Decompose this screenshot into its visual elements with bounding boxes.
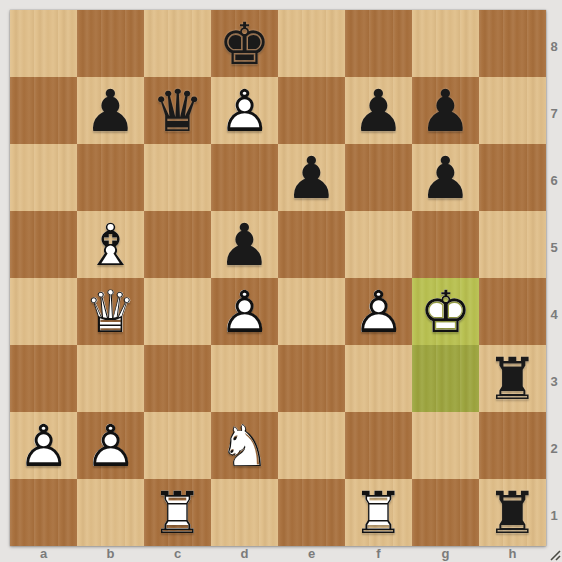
piece-glyph-fill: ♚ xyxy=(211,10,278,77)
square-f2[interactable] xyxy=(345,412,412,479)
square-d4[interactable]: ♟♙ xyxy=(211,278,278,345)
piece-white-bishop[interactable]: ♝♗ xyxy=(77,211,144,278)
square-c5[interactable] xyxy=(144,211,211,278)
square-e7[interactable] xyxy=(278,77,345,144)
piece-glyph-fill: ♟ xyxy=(211,77,278,144)
rank-label-7: 7 xyxy=(546,77,562,144)
square-e3[interactable] xyxy=(278,345,345,412)
piece-white-pawn[interactable]: ♟♙ xyxy=(77,412,144,479)
piece-glyph-outline: ♙ xyxy=(345,278,412,345)
square-h5[interactable] xyxy=(479,211,546,278)
square-h4[interactable] xyxy=(479,278,546,345)
piece-glyph-fill: ♞ xyxy=(211,412,278,479)
square-c2[interactable] xyxy=(144,412,211,479)
square-f3[interactable] xyxy=(345,345,412,412)
square-d3[interactable] xyxy=(211,345,278,412)
piece-white-knight[interactable]: ♞♘ xyxy=(211,412,278,479)
square-g1[interactable] xyxy=(412,479,479,546)
rank-label-5: 5 xyxy=(546,211,562,278)
rank-label-6: 6 xyxy=(546,144,562,211)
square-a3[interactable] xyxy=(10,345,77,412)
piece-black-pawn[interactable]: ♟ xyxy=(412,144,479,211)
piece-black-pawn[interactable]: ♟ xyxy=(412,77,479,144)
square-a8[interactable] xyxy=(10,10,77,77)
square-e1[interactable] xyxy=(278,479,345,546)
piece-glyph-fill: ♚ xyxy=(412,278,479,345)
square-g7[interactable]: ♟ xyxy=(412,77,479,144)
file-label-g: g xyxy=(412,546,479,562)
file-label-b: b xyxy=(77,546,144,562)
piece-black-pawn[interactable]: ♟ xyxy=(278,144,345,211)
square-c8[interactable] xyxy=(144,10,211,77)
file-label-h: h xyxy=(479,546,546,562)
file-label-a: a xyxy=(10,546,77,562)
piece-black-king[interactable]: ♚ xyxy=(211,10,278,77)
square-c6[interactable] xyxy=(144,144,211,211)
piece-glyph-fill: ♝ xyxy=(77,211,144,278)
piece-black-pawn[interactable]: ♟ xyxy=(77,77,144,144)
square-h8[interactable] xyxy=(479,10,546,77)
square-e5[interactable] xyxy=(278,211,345,278)
piece-white-king[interactable]: ♚♔ xyxy=(412,278,479,345)
square-a7[interactable] xyxy=(10,77,77,144)
piece-glyph-fill: ♛ xyxy=(144,77,211,144)
square-a5[interactable] xyxy=(10,211,77,278)
square-b8[interactable] xyxy=(77,10,144,77)
piece-glyph-outline: ♙ xyxy=(10,412,77,479)
square-h3[interactable]: ♜ xyxy=(479,345,546,412)
piece-glyph-fill: ♟ xyxy=(77,412,144,479)
piece-glyph-outline: ♕ xyxy=(77,278,144,345)
square-b6[interactable] xyxy=(77,144,144,211)
square-b1[interactable] xyxy=(77,479,144,546)
square-c7[interactable]: ♛ xyxy=(144,77,211,144)
square-f7[interactable]: ♟ xyxy=(345,77,412,144)
piece-glyph-fill: ♟ xyxy=(10,412,77,479)
rank-label-1: 1 xyxy=(546,479,562,546)
piece-glyph-outline: ♔ xyxy=(412,278,479,345)
square-b3[interactable] xyxy=(77,345,144,412)
square-b7[interactable]: ♟ xyxy=(77,77,144,144)
piece-white-pawn[interactable]: ♟♙ xyxy=(345,278,412,345)
square-g5[interactable] xyxy=(412,211,479,278)
piece-glyph-fill: ♛ xyxy=(77,278,144,345)
file-coordinates: abcdefgh xyxy=(10,546,546,562)
square-e8[interactable] xyxy=(278,10,345,77)
square-h7[interactable] xyxy=(479,77,546,144)
piece-glyph-outline: ♘ xyxy=(211,412,278,479)
square-a2[interactable]: ♟♙ xyxy=(10,412,77,479)
piece-glyph-fill: ♟ xyxy=(278,144,345,211)
piece-glyph-outline: ♙ xyxy=(211,77,278,144)
chess-board: ♚♟♛♟♙♟♟♟♟♝♗♟♛♕♟♙♟♙♚♔♜♟♙♟♙♞♘♜♖♜♖♜ xyxy=(10,10,546,546)
page-background: ♚♟♛♟♙♟♟♟♟♝♗♟♛♕♟♙♟♙♚♔♜♟♙♟♙♞♘♜♖♜♖♜ abcdefg… xyxy=(0,0,562,562)
piece-white-rook[interactable]: ♜♖ xyxy=(345,479,412,546)
rank-label-3: 3 xyxy=(546,345,562,412)
square-g4[interactable]: ♚♔ xyxy=(412,278,479,345)
square-h2[interactable] xyxy=(479,412,546,479)
piece-white-pawn[interactable]: ♟♙ xyxy=(10,412,77,479)
piece-glyph-fill: ♟ xyxy=(211,278,278,345)
piece-glyph-fill: ♜ xyxy=(479,479,546,546)
piece-glyph-outline: ♙ xyxy=(77,412,144,479)
square-c3[interactable] xyxy=(144,345,211,412)
square-f6[interactable] xyxy=(345,144,412,211)
rank-label-2: 2 xyxy=(546,412,562,479)
square-a1[interactable] xyxy=(10,479,77,546)
piece-glyph-fill: ♟ xyxy=(412,144,479,211)
square-b4[interactable]: ♛♕ xyxy=(77,278,144,345)
square-g2[interactable] xyxy=(412,412,479,479)
piece-glyph-outline: ♗ xyxy=(77,211,144,278)
square-g8[interactable] xyxy=(412,10,479,77)
piece-black-rook[interactable]: ♜ xyxy=(479,479,546,546)
piece-white-pawn[interactable]: ♟♙ xyxy=(211,278,278,345)
square-c1[interactable]: ♜♖ xyxy=(144,479,211,546)
file-label-e: e xyxy=(278,546,345,562)
square-d2[interactable]: ♞♘ xyxy=(211,412,278,479)
piece-glyph-fill: ♜ xyxy=(144,479,211,546)
square-d8[interactable]: ♚ xyxy=(211,10,278,77)
square-b2[interactable]: ♟♙ xyxy=(77,412,144,479)
piece-glyph-fill: ♟ xyxy=(345,278,412,345)
square-f1[interactable]: ♜♖ xyxy=(345,479,412,546)
square-d6[interactable] xyxy=(211,144,278,211)
file-label-f: f xyxy=(345,546,412,562)
rank-coordinates: 87654321 xyxy=(546,10,562,546)
piece-glyph-fill: ♟ xyxy=(77,77,144,144)
square-f4[interactable]: ♟♙ xyxy=(345,278,412,345)
rank-label-8: 8 xyxy=(546,10,562,77)
square-e4[interactable] xyxy=(278,278,345,345)
square-g3[interactable] xyxy=(412,345,479,412)
piece-glyph-fill: ♟ xyxy=(211,211,278,278)
rank-label-4: 4 xyxy=(546,278,562,345)
square-h1[interactable]: ♜ xyxy=(479,479,546,546)
piece-black-rook[interactable]: ♜ xyxy=(479,345,546,412)
square-h6[interactable] xyxy=(479,144,546,211)
square-g6[interactable]: ♟ xyxy=(412,144,479,211)
square-d1[interactable] xyxy=(211,479,278,546)
piece-glyph-fill: ♟ xyxy=(345,77,412,144)
square-f8[interactable] xyxy=(345,10,412,77)
square-f5[interactable] xyxy=(345,211,412,278)
piece-black-queen[interactable]: ♛ xyxy=(144,77,211,144)
square-c4[interactable] xyxy=(144,278,211,345)
piece-white-queen[interactable]: ♛♕ xyxy=(77,278,144,345)
square-e6[interactable]: ♟ xyxy=(278,144,345,211)
square-b5[interactable]: ♝♗ xyxy=(77,211,144,278)
piece-glyph-outline: ♖ xyxy=(345,479,412,546)
file-label-d: d xyxy=(211,546,278,562)
piece-black-pawn[interactable]: ♟ xyxy=(211,211,278,278)
piece-black-pawn[interactable]: ♟ xyxy=(345,77,412,144)
file-label-c: c xyxy=(144,546,211,562)
square-d7[interactable]: ♟♙ xyxy=(211,77,278,144)
piece-glyph-fill: ♜ xyxy=(479,345,546,412)
piece-glyph-fill: ♜ xyxy=(345,479,412,546)
piece-white-pawn[interactable]: ♟♙ xyxy=(211,77,278,144)
square-d5[interactable]: ♟ xyxy=(211,211,278,278)
square-a4[interactable] xyxy=(10,278,77,345)
square-a6[interactable] xyxy=(10,144,77,211)
piece-glyph-outline: ♙ xyxy=(211,278,278,345)
square-e2[interactable] xyxy=(278,412,345,479)
piece-glyph-outline: ♖ xyxy=(144,479,211,546)
piece-white-rook[interactable]: ♜♖ xyxy=(144,479,211,546)
board-resize-handle-icon[interactable] xyxy=(548,548,561,561)
piece-glyph-fill: ♟ xyxy=(412,77,479,144)
